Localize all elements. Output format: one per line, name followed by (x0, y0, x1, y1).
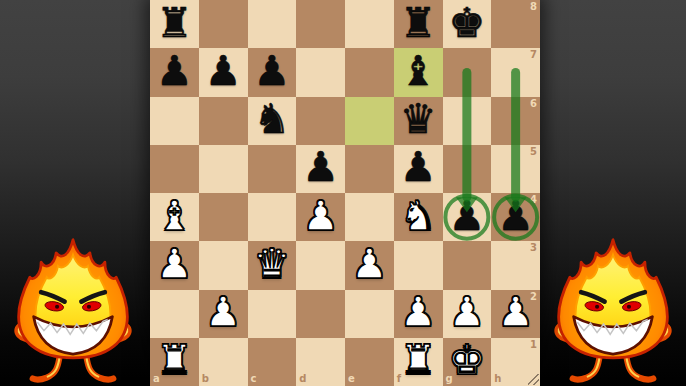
square-g7[interactable] (443, 48, 492, 96)
square-b6[interactable] (199, 97, 248, 145)
board-resize-handle[interactable] (528, 374, 539, 385)
square-c7[interactable]: ♟ (248, 48, 297, 96)
square-b2[interactable]: ♟ (199, 290, 248, 338)
square-d6[interactable] (296, 97, 345, 145)
square-b4[interactable] (199, 193, 248, 241)
black-pawn-d5[interactable]: ♟ (302, 147, 339, 188)
square-f3[interactable] (394, 241, 443, 289)
square-c8[interactable] (248, 0, 297, 48)
black-knight-c6[interactable]: ♞ (253, 99, 290, 140)
square-b8[interactable] (199, 0, 248, 48)
square-g8[interactable]: ♚ (443, 0, 492, 48)
square-h7[interactable]: 7 (491, 48, 540, 96)
square-b5[interactable] (199, 145, 248, 193)
square-c3[interactable]: ♛ (248, 241, 297, 289)
white-knight-f4[interactable]: ♞ (400, 196, 437, 237)
white-pawn-a3[interactable]: ♟ (156, 244, 193, 285)
square-h4[interactable]: 4♟ (491, 193, 540, 241)
white-pawn-d4[interactable]: ♟ (302, 196, 339, 237)
square-g5[interactable] (443, 145, 492, 193)
square-c4[interactable] (248, 193, 297, 241)
square-a5[interactable] (150, 145, 199, 193)
file-label-h: h (494, 374, 501, 384)
black-rook-a8[interactable]: ♜ (156, 3, 193, 44)
white-rook-f1[interactable]: ♜ (400, 340, 437, 381)
white-bishop-a4[interactable]: ♝ (156, 196, 193, 237)
square-c5[interactable] (248, 145, 297, 193)
white-pawn-h2[interactable]: ♟ (497, 292, 534, 333)
rank-label-6: 6 (530, 99, 537, 109)
square-g6[interactable] (443, 97, 492, 145)
black-bishop-f7[interactable]: ♝ (400, 51, 437, 92)
rank-label-8: 8 (530, 2, 537, 12)
square-f8[interactable]: ♜ (394, 0, 443, 48)
square-a7[interactable]: ♟ (150, 48, 199, 96)
file-label-c: c (251, 374, 257, 384)
square-h2[interactable]: 2♟ (491, 290, 540, 338)
square-a3[interactable]: ♟ (150, 241, 199, 289)
square-e8[interactable] (345, 0, 394, 48)
flame-monster-right (546, 236, 680, 386)
square-f5[interactable]: ♟ (394, 145, 443, 193)
black-pawn-c7[interactable]: ♟ (253, 51, 290, 92)
square-d1[interactable]: d (296, 338, 345, 386)
white-pawn-b2[interactable]: ♟ (205, 292, 242, 333)
square-f2[interactable]: ♟ (394, 290, 443, 338)
white-pawn-e3[interactable]: ♟ (351, 244, 388, 285)
square-h5[interactable]: 5 (491, 145, 540, 193)
square-c1[interactable]: c (248, 338, 297, 386)
square-e6[interactable] (345, 97, 394, 145)
square-h1[interactable]: 1h (491, 338, 540, 386)
square-h8[interactable]: 8 (491, 0, 540, 48)
file-label-b: b (202, 374, 209, 384)
square-a1[interactable]: a♜ (150, 338, 199, 386)
square-f1[interactable]: f♜ (394, 338, 443, 386)
thumbnail-stage: ♜♜♚8♟♟♟♝7♞♛6♟♟5♝♟♞♟4♟♟♛♟3♟♟♟2♟a♜bcdef♜g♚… (0, 0, 686, 386)
square-f4[interactable]: ♞ (394, 193, 443, 241)
black-pawn-f5[interactable]: ♟ (400, 147, 437, 188)
square-e7[interactable] (345, 48, 394, 96)
square-b3[interactable] (199, 241, 248, 289)
square-d8[interactable] (296, 0, 345, 48)
square-g1[interactable]: g♚ (443, 338, 492, 386)
white-queen-c3[interactable]: ♛ (253, 244, 290, 285)
square-e3[interactable]: ♟ (345, 241, 394, 289)
square-d7[interactable] (296, 48, 345, 96)
white-king-g1[interactable]: ♚ (448, 340, 485, 381)
square-d2[interactable] (296, 290, 345, 338)
chess-board: ♜♜♚8♟♟♟♝7♞♛6♟♟5♝♟♞♟4♟♟♛♟3♟♟♟2♟a♜bcdef♜g♚… (150, 0, 540, 386)
rank-label-5: 5 (530, 147, 537, 157)
black-pawn-g4[interactable]: ♟ (448, 196, 485, 237)
square-a8[interactable]: ♜ (150, 0, 199, 48)
square-e1[interactable]: e (345, 338, 394, 386)
black-king-g8[interactable]: ♚ (448, 3, 485, 44)
square-g4[interactable]: ♟ (443, 193, 492, 241)
square-b7[interactable]: ♟ (199, 48, 248, 96)
black-queen-f6[interactable]: ♛ (400, 99, 437, 140)
square-h3[interactable]: 3 (491, 241, 540, 289)
square-a6[interactable] (150, 97, 199, 145)
square-e5[interactable] (345, 145, 394, 193)
square-a2[interactable] (150, 290, 199, 338)
square-d3[interactable] (296, 241, 345, 289)
black-pawn-h4[interactable]: ♟ (497, 196, 534, 237)
white-rook-a1[interactable]: ♜ (156, 340, 193, 381)
square-e2[interactable] (345, 290, 394, 338)
black-pawn-a7[interactable]: ♟ (156, 51, 193, 92)
file-label-e: e (348, 374, 355, 384)
square-b1[interactable]: b (199, 338, 248, 386)
rank-label-7: 7 (530, 50, 537, 60)
square-f7[interactable]: ♝ (394, 48, 443, 96)
rank-label-1: 1 (530, 340, 537, 350)
white-pawn-f2[interactable]: ♟ (400, 292, 437, 333)
black-pawn-b7[interactable]: ♟ (205, 51, 242, 92)
square-d5[interactable]: ♟ (296, 145, 345, 193)
square-d4[interactable]: ♟ (296, 193, 345, 241)
flame-monster-left (6, 236, 140, 386)
square-c2[interactable] (248, 290, 297, 338)
square-a4[interactable]: ♝ (150, 193, 199, 241)
square-f6[interactable]: ♛ (394, 97, 443, 145)
file-label-d: d (299, 374, 306, 384)
square-h6[interactable]: 6 (491, 97, 540, 145)
square-g2[interactable]: ♟ (443, 290, 492, 338)
square-c6[interactable]: ♞ (248, 97, 297, 145)
white-pawn-g2[interactable]: ♟ (448, 292, 485, 333)
rank-label-3: 3 (530, 243, 537, 253)
square-e4[interactable] (345, 193, 394, 241)
black-rook-f8[interactable]: ♜ (400, 3, 437, 44)
square-g3[interactable] (443, 241, 492, 289)
